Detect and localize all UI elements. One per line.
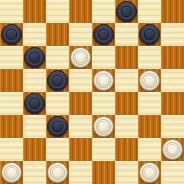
- square-a8[interactable]: [0, 0, 23, 23]
- black-man[interactable]: [93, 24, 114, 45]
- black-man[interactable]: [24, 93, 45, 114]
- square-b6[interactable]: [23, 46, 46, 69]
- white-man[interactable]: [93, 116, 114, 137]
- square-h7[interactable]: [161, 23, 184, 46]
- square-c1[interactable]: [46, 161, 69, 184]
- square-a7[interactable]: [0, 23, 23, 46]
- white-man[interactable]: [162, 139, 183, 160]
- square-f6[interactable]: [115, 46, 138, 69]
- square-b8[interactable]: [23, 0, 46, 23]
- square-e4[interactable]: [92, 92, 115, 115]
- square-g5[interactable]: [138, 69, 161, 92]
- square-h6[interactable]: [161, 46, 184, 69]
- square-f1[interactable]: [115, 161, 138, 184]
- square-e3[interactable]: [92, 115, 115, 138]
- square-a2[interactable]: [0, 138, 23, 161]
- square-h8[interactable]: [161, 0, 184, 23]
- square-d7[interactable]: [69, 23, 92, 46]
- square-d6[interactable]: [69, 46, 92, 69]
- white-man[interactable]: [139, 70, 160, 91]
- square-g8[interactable]: [138, 0, 161, 23]
- square-b1[interactable]: [23, 161, 46, 184]
- square-a6[interactable]: [0, 46, 23, 69]
- square-h2[interactable]: [161, 138, 184, 161]
- square-a3[interactable]: [0, 115, 23, 138]
- white-man[interactable]: [70, 47, 91, 68]
- square-c2[interactable]: [46, 138, 69, 161]
- square-c8[interactable]: [46, 0, 69, 23]
- square-b4[interactable]: [23, 92, 46, 115]
- square-d5[interactable]: [69, 69, 92, 92]
- white-man[interactable]: [93, 70, 114, 91]
- square-g1[interactable]: [138, 161, 161, 184]
- white-man[interactable]: [139, 162, 160, 183]
- square-b3[interactable]: [23, 115, 46, 138]
- square-f5[interactable]: [115, 69, 138, 92]
- square-g4[interactable]: [138, 92, 161, 115]
- square-c7[interactable]: [46, 23, 69, 46]
- square-g2[interactable]: [138, 138, 161, 161]
- black-man[interactable]: [47, 116, 68, 137]
- square-d2[interactable]: [69, 138, 92, 161]
- square-a1[interactable]: [0, 161, 23, 184]
- square-h3[interactable]: [161, 115, 184, 138]
- black-man[interactable]: [116, 1, 137, 22]
- square-b2[interactable]: [23, 138, 46, 161]
- square-f3[interactable]: [115, 115, 138, 138]
- black-man[interactable]: [139, 24, 160, 45]
- square-e2[interactable]: [92, 138, 115, 161]
- square-a5[interactable]: [0, 69, 23, 92]
- square-b7[interactable]: [23, 23, 46, 46]
- checkers-board: [0, 0, 184, 184]
- square-d1[interactable]: [69, 161, 92, 184]
- square-e5[interactable]: [92, 69, 115, 92]
- square-c4[interactable]: [46, 92, 69, 115]
- black-man[interactable]: [1, 24, 22, 45]
- square-e1[interactable]: [92, 161, 115, 184]
- square-f7[interactable]: [115, 23, 138, 46]
- square-g3[interactable]: [138, 115, 161, 138]
- black-man[interactable]: [24, 47, 45, 68]
- square-e8[interactable]: [92, 0, 115, 23]
- square-h5[interactable]: [161, 69, 184, 92]
- white-man[interactable]: [1, 162, 22, 183]
- square-c5[interactable]: [46, 69, 69, 92]
- square-c3[interactable]: [46, 115, 69, 138]
- square-f2[interactable]: [115, 138, 138, 161]
- square-d8[interactable]: [69, 0, 92, 23]
- square-f4[interactable]: [115, 92, 138, 115]
- square-c6[interactable]: [46, 46, 69, 69]
- black-man[interactable]: [47, 70, 68, 91]
- square-g6[interactable]: [138, 46, 161, 69]
- square-h4[interactable]: [161, 92, 184, 115]
- square-b5[interactable]: [23, 69, 46, 92]
- square-a4[interactable]: [0, 92, 23, 115]
- square-d3[interactable]: [69, 115, 92, 138]
- square-h1[interactable]: [161, 161, 184, 184]
- square-d4[interactable]: [69, 92, 92, 115]
- square-e6[interactable]: [92, 46, 115, 69]
- square-e7[interactable]: [92, 23, 115, 46]
- square-g7[interactable]: [138, 23, 161, 46]
- white-man[interactable]: [47, 162, 68, 183]
- square-f8[interactable]: [115, 0, 138, 23]
